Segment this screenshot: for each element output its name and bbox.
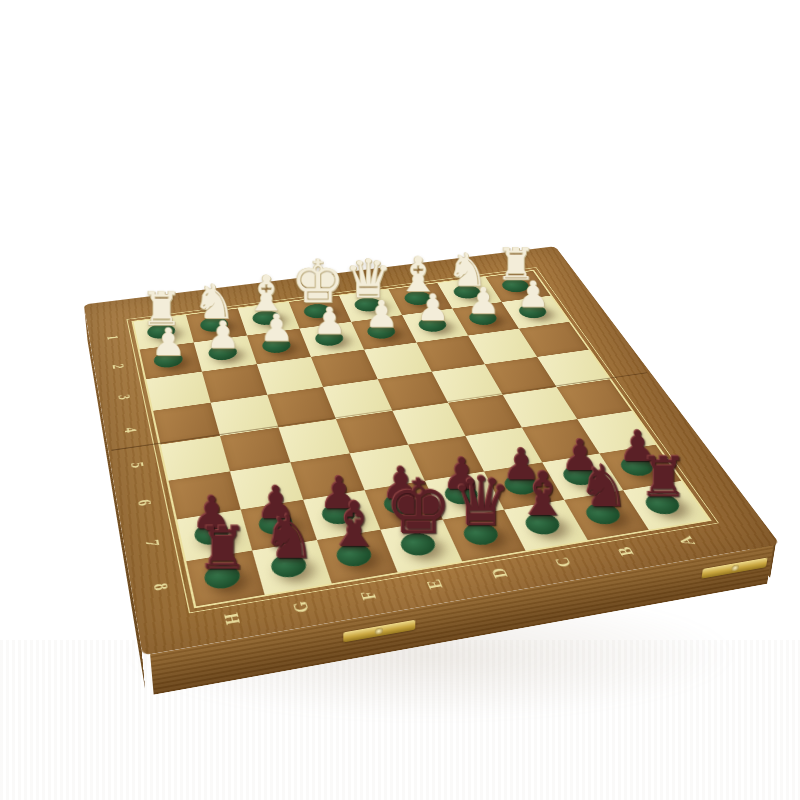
black-rook: ♜: [639, 450, 688, 505]
black-king: ♚: [385, 471, 452, 546]
black-knight: ♞: [578, 457, 630, 515]
chess-board: 12345678HGFEDCBA ♜♞♝♚♛♝♞♜♟♟♟♟♟♟♟♟♟♟♟♟♟♟♟…: [84, 246, 780, 655]
chess-set-photo: 12345678HGFEDCBA ♜♞♝♚♛♝♞♜♟♟♟♟♟♟♟♟♟♟♟♟♟♟♟…: [0, 0, 800, 800]
black-queen: ♛: [451, 468, 512, 536]
fabric-background: [0, 640, 800, 800]
black-bishop: ♝: [327, 494, 383, 556]
black-bishop: ♝: [516, 465, 570, 525]
black-knight: ♞: [262, 507, 316, 567]
black-rook: ♜: [196, 520, 248, 579]
